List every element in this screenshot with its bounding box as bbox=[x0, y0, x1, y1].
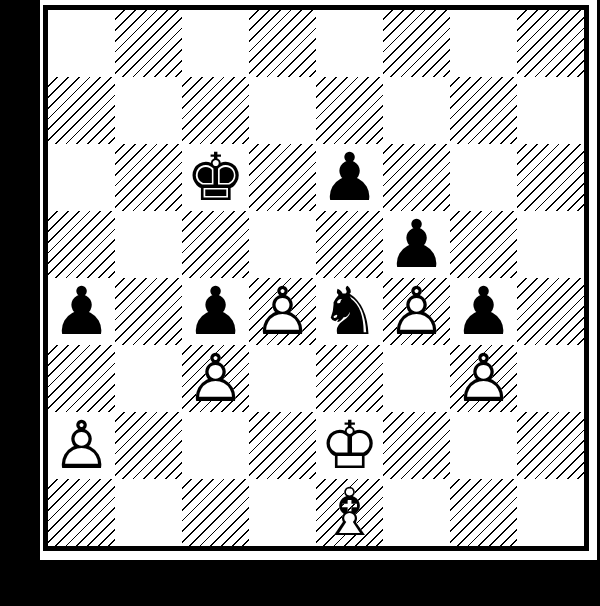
square-b7[interactable] bbox=[115, 77, 182, 144]
square-e7[interactable] bbox=[316, 77, 383, 144]
square-b5[interactable] bbox=[115, 211, 182, 278]
black-pawn-g4-icon: ♟ bbox=[450, 278, 517, 345]
white-pawn-c3-icon: ♟♙ bbox=[182, 345, 249, 412]
white-bishop-e1-icon: ♝♗ bbox=[316, 479, 383, 546]
black-pawn-e6-icon: ♟ bbox=[316, 144, 383, 211]
square-d5[interactable] bbox=[249, 211, 316, 278]
square-d2[interactable] bbox=[249, 412, 316, 479]
square-e3[interactable] bbox=[316, 345, 383, 412]
square-e1[interactable]: ♝♗ bbox=[316, 479, 383, 546]
square-a3[interactable] bbox=[48, 345, 115, 412]
square-h3[interactable] bbox=[517, 345, 584, 412]
white-piece-outline-layer: ♙ bbox=[450, 345, 517, 412]
square-h7[interactable] bbox=[517, 77, 584, 144]
square-a1[interactable] bbox=[48, 479, 115, 546]
square-a2[interactable]: ♟♙ bbox=[48, 412, 115, 479]
square-e8[interactable] bbox=[316, 10, 383, 77]
square-g4[interactable]: ♟ bbox=[450, 278, 517, 345]
square-b4[interactable] bbox=[115, 278, 182, 345]
black-knight-e4-icon: ♞ bbox=[316, 278, 383, 345]
square-a6[interactable] bbox=[48, 144, 115, 211]
white-piece-outline-layer: ♗ bbox=[316, 479, 383, 546]
black-pawn-f5-icon: ♟ bbox=[383, 211, 450, 278]
square-a5[interactable] bbox=[48, 211, 115, 278]
black-pawn-c4-icon: ♟ bbox=[182, 278, 249, 345]
square-c8[interactable] bbox=[182, 10, 249, 77]
square-h5[interactable] bbox=[517, 211, 584, 278]
square-g5[interactable] bbox=[450, 211, 517, 278]
square-e6[interactable]: ♟ bbox=[316, 144, 383, 211]
square-a7[interactable] bbox=[48, 77, 115, 144]
square-b1[interactable] bbox=[115, 479, 182, 546]
square-g1[interactable] bbox=[450, 479, 517, 546]
black-king-c6-icon: ♚ bbox=[182, 144, 249, 211]
square-e5[interactable] bbox=[316, 211, 383, 278]
black-pawn-a4-icon: ♟ bbox=[48, 278, 115, 345]
square-h4[interactable] bbox=[517, 278, 584, 345]
white-piece-outline-layer: ♙ bbox=[383, 278, 450, 345]
square-d8[interactable] bbox=[249, 10, 316, 77]
square-f4[interactable]: ♟♙ bbox=[383, 278, 450, 345]
square-h6[interactable] bbox=[517, 144, 584, 211]
square-h8[interactable] bbox=[517, 10, 584, 77]
square-g7[interactable] bbox=[450, 77, 517, 144]
square-c2[interactable] bbox=[182, 412, 249, 479]
square-f1[interactable] bbox=[383, 479, 450, 546]
square-g8[interactable] bbox=[450, 10, 517, 77]
square-h2[interactable] bbox=[517, 412, 584, 479]
diagram-canvas: ♚♟♟♟♟♟♙♞♟♙♟♟♙♟♙♟♙♚♔♝♗ bbox=[0, 0, 600, 606]
white-piece-outline-layer: ♔ bbox=[316, 412, 383, 479]
square-f5[interactable]: ♟ bbox=[383, 211, 450, 278]
square-c6[interactable]: ♚ bbox=[182, 144, 249, 211]
square-d7[interactable] bbox=[249, 77, 316, 144]
white-king-e2-icon: ♚♔ bbox=[316, 412, 383, 479]
square-c1[interactable] bbox=[182, 479, 249, 546]
square-c5[interactable] bbox=[182, 211, 249, 278]
square-f3[interactable] bbox=[383, 345, 450, 412]
square-d3[interactable] bbox=[249, 345, 316, 412]
board-panel: ♚♟♟♟♟♟♙♞♟♙♟♟♙♟♙♟♙♚♔♝♗ bbox=[40, 0, 597, 560]
square-d1[interactable] bbox=[249, 479, 316, 546]
chess-board: ♚♟♟♟♟♟♙♞♟♙♟♟♙♟♙♟♙♚♔♝♗ bbox=[43, 5, 589, 551]
square-f6[interactable] bbox=[383, 144, 450, 211]
white-piece-outline-layer: ♙ bbox=[249, 278, 316, 345]
square-b8[interactable] bbox=[115, 10, 182, 77]
square-g3[interactable]: ♟♙ bbox=[450, 345, 517, 412]
square-f2[interactable] bbox=[383, 412, 450, 479]
square-b3[interactable] bbox=[115, 345, 182, 412]
square-g6[interactable] bbox=[450, 144, 517, 211]
square-a4[interactable]: ♟ bbox=[48, 278, 115, 345]
square-b2[interactable] bbox=[115, 412, 182, 479]
square-e4[interactable]: ♞ bbox=[316, 278, 383, 345]
square-e2[interactable]: ♚♔ bbox=[316, 412, 383, 479]
square-c7[interactable] bbox=[182, 77, 249, 144]
square-b6[interactable] bbox=[115, 144, 182, 211]
square-a8[interactable] bbox=[48, 10, 115, 77]
white-piece-outline-layer: ♙ bbox=[182, 345, 249, 412]
white-pawn-g3-icon: ♟♙ bbox=[450, 345, 517, 412]
square-f8[interactable] bbox=[383, 10, 450, 77]
square-f7[interactable] bbox=[383, 77, 450, 144]
square-d6[interactable] bbox=[249, 144, 316, 211]
square-c4[interactable]: ♟ bbox=[182, 278, 249, 345]
white-pawn-f4-icon: ♟♙ bbox=[383, 278, 450, 345]
square-h1[interactable] bbox=[517, 479, 584, 546]
square-c3[interactable]: ♟♙ bbox=[182, 345, 249, 412]
square-g2[interactable] bbox=[450, 412, 517, 479]
white-pawn-a2-icon: ♟♙ bbox=[48, 412, 115, 479]
white-piece-outline-layer: ♙ bbox=[48, 412, 115, 479]
white-pawn-d4-icon: ♟♙ bbox=[249, 278, 316, 345]
square-d4[interactable]: ♟♙ bbox=[249, 278, 316, 345]
